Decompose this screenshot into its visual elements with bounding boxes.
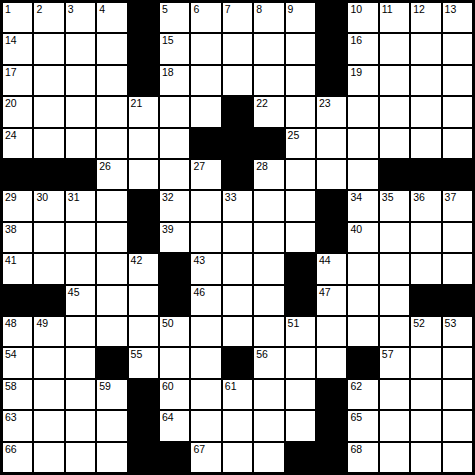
white-cell-r6-c6[interactable] [159, 159, 190, 190]
white-cell-r2-c1[interactable]: 14 [2, 33, 33, 64]
white-cell-r2-c4[interactable] [96, 33, 127, 64]
white-cell-r2-c2[interactable] [33, 33, 64, 64]
clue-number-24: 24 [5, 129, 17, 142]
white-cell-r5-c2[interactable] [33, 128, 64, 159]
white-cell-r8-c3[interactable] [65, 222, 96, 253]
white-cell-r5-c12[interactable] [347, 128, 378, 159]
white-cell-r11-c1[interactable]: 48 [2, 316, 33, 347]
white-cell-r13-c6[interactable]: 60 [159, 379, 190, 410]
white-cell-r14-c15[interactable] [442, 410, 473, 441]
clue-number-21: 21 [131, 97, 143, 110]
white-cell-r1-c13[interactable]: 11 [379, 2, 410, 33]
clue-number-27: 27 [193, 160, 205, 173]
black-cell-r1-c5 [128, 2, 159, 33]
white-cell-r8-c15[interactable] [442, 222, 473, 253]
black-cell-r10-c1 [2, 285, 33, 316]
white-cell-r2-c14[interactable] [410, 33, 441, 64]
white-cell-r4-c9[interactable]: 22 [253, 96, 284, 127]
clue-number-44: 44 [319, 254, 331, 267]
clue-number-35: 35 [382, 191, 394, 204]
white-cell-r2-c9[interactable] [253, 33, 284, 64]
white-cell-r10-c11[interactable]: 47 [316, 285, 347, 316]
clue-number-55: 55 [131, 348, 143, 361]
clue-number-25: 25 [288, 129, 300, 142]
white-cell-r3-c2[interactable] [33, 65, 64, 96]
clue-number-7: 7 [225, 3, 231, 16]
white-cell-r5-c3[interactable] [65, 128, 96, 159]
clue-number-56: 56 [256, 348, 268, 361]
black-cell-r7-c5 [128, 190, 159, 221]
black-cell-r6-c3 [65, 159, 96, 190]
clue-number-53: 53 [445, 317, 457, 330]
white-cell-r1-c15[interactable]: 13 [442, 2, 473, 33]
clue-number-9: 9 [288, 3, 294, 16]
white-cell-r7-c8[interactable]: 33 [222, 190, 253, 221]
white-cell-r10-c4[interactable] [96, 285, 127, 316]
black-cell-r4-c8 [222, 96, 253, 127]
white-cell-r6-c7[interactable]: 27 [190, 159, 221, 190]
clue-number-48: 48 [5, 317, 17, 330]
white-cell-r3-c7[interactable] [190, 65, 221, 96]
white-cell-r1-c4[interactable]: 4 [96, 2, 127, 33]
black-cell-r6-c1 [2, 159, 33, 190]
white-cell-r5-c6[interactable] [159, 128, 190, 159]
clue-number-11: 11 [382, 3, 393, 16]
white-cell-r4-c11[interactable]: 23 [316, 96, 347, 127]
white-cell-r13-c14[interactable] [410, 379, 441, 410]
white-cell-r11-c11[interactable] [316, 316, 347, 347]
black-cell-r10-c15 [442, 285, 473, 316]
white-cell-r7-c10[interactable] [285, 190, 316, 221]
clue-number-13: 13 [445, 3, 457, 16]
white-cell-r1-c9[interactable]: 8 [253, 2, 284, 33]
white-cell-r8-c4[interactable] [96, 222, 127, 253]
white-cell-r5-c10[interactable]: 25 [285, 128, 316, 159]
white-cell-r3-c13[interactable] [379, 65, 410, 96]
clue-number-37: 37 [445, 191, 457, 204]
white-cell-r4-c15[interactable] [442, 96, 473, 127]
white-cell-r1-c8[interactable]: 7 [222, 2, 253, 33]
clue-number-49: 49 [36, 317, 48, 330]
clue-number-17: 17 [5, 66, 17, 79]
clue-number-45: 45 [68, 286, 80, 299]
white-cell-r11-c4[interactable] [96, 316, 127, 347]
white-cell-r12-c14[interactable] [410, 347, 441, 378]
white-cell-r1-c3[interactable]: 3 [65, 2, 96, 33]
clue-number-33: 33 [225, 191, 237, 204]
clue-number-63: 63 [5, 411, 17, 424]
white-cell-r13-c2[interactable] [33, 379, 64, 410]
clue-number-65: 65 [350, 411, 362, 424]
white-cell-r14-c9[interactable] [253, 410, 284, 441]
white-cell-r11-c15[interactable]: 53 [442, 316, 473, 347]
white-cell-r1-c2[interactable]: 2 [33, 2, 64, 33]
black-cell-r8-c11 [316, 222, 347, 253]
white-cell-r6-c4[interactable]: 26 [96, 159, 127, 190]
white-cell-r3-c3[interactable] [65, 65, 96, 96]
white-cell-r4-c12[interactable] [347, 96, 378, 127]
clue-number-59: 59 [99, 380, 111, 393]
white-cell-r1-c14[interactable]: 12 [410, 2, 441, 33]
white-cell-r1-c6[interactable]: 5 [159, 2, 190, 33]
black-cell-r3-c5 [128, 65, 159, 96]
white-cell-r14-c13[interactable] [379, 410, 410, 441]
clue-number-54: 54 [5, 348, 17, 361]
clue-number-29: 29 [5, 191, 17, 204]
black-cell-r6-c13 [379, 159, 410, 190]
clue-number-42: 42 [131, 254, 143, 267]
white-cell-r14-c6[interactable]: 64 [159, 410, 190, 441]
white-cell-r1-c10[interactable]: 9 [285, 2, 316, 33]
clue-number-64: 64 [162, 411, 174, 424]
black-cell-r9-c10 [285, 253, 316, 284]
black-cell-r15-c11 [316, 442, 347, 473]
clue-number-67: 67 [193, 443, 205, 456]
white-cell-r4-c13[interactable] [379, 96, 410, 127]
white-cell-r9-c7[interactable]: 43 [190, 253, 221, 284]
clue-number-2: 2 [36, 3, 42, 16]
white-cell-r4-c14[interactable] [410, 96, 441, 127]
white-cell-r12-c1[interactable]: 54 [2, 347, 33, 378]
white-cell-r14-c1[interactable]: 63 [2, 410, 33, 441]
white-cell-r7-c4[interactable] [96, 190, 127, 221]
white-cell-r9-c4[interactable] [96, 253, 127, 284]
black-cell-r15-c5 [128, 442, 159, 473]
white-cell-r7-c2[interactable]: 30 [33, 190, 64, 221]
black-cell-r1-c11 [316, 2, 347, 33]
white-cell-r9-c11[interactable]: 44 [316, 253, 347, 284]
clue-number-32: 32 [162, 191, 174, 204]
white-cell-r8-c1[interactable]: 38 [2, 222, 33, 253]
black-cell-r10-c10 [285, 285, 316, 316]
white-cell-r12-c11[interactable] [316, 347, 347, 378]
white-cell-r8-c13[interactable] [379, 222, 410, 253]
white-cell-r13-c10[interactable] [285, 379, 316, 410]
white-cell-r13-c12[interactable]: 62 [347, 379, 378, 410]
white-cell-r3-c14[interactable] [410, 65, 441, 96]
white-cell-r8-c9[interactable] [253, 222, 284, 253]
clue-number-47: 47 [319, 286, 331, 299]
white-cell-r4-c6[interactable] [159, 96, 190, 127]
clue-number-28: 28 [256, 160, 268, 173]
white-cell-r5-c13[interactable] [379, 128, 410, 159]
white-cell-r9-c12[interactable] [347, 253, 378, 284]
white-cell-r11-c3[interactable] [65, 316, 96, 347]
clue-number-14: 14 [5, 34, 17, 47]
white-cell-r3-c10[interactable] [285, 65, 316, 96]
white-cell-r9-c8[interactable] [222, 253, 253, 284]
white-cell-r12-c13[interactable]: 57 [379, 347, 410, 378]
white-cell-r12-c15[interactable] [442, 347, 473, 378]
white-cell-r12-c9[interactable]: 56 [253, 347, 284, 378]
white-cell-r4-c10[interactable] [285, 96, 316, 127]
white-cell-r5-c11[interactable] [316, 128, 347, 159]
white-cell-r8-c2[interactable] [33, 222, 64, 253]
white-cell-r11-c7[interactable] [190, 316, 221, 347]
white-cell-r13-c9[interactable] [253, 379, 284, 410]
white-cell-r12-c10[interactable] [285, 347, 316, 378]
crossword-grid: 1234567891011121314151617181920212223242… [0, 0, 475, 475]
white-cell-r11-c13[interactable] [379, 316, 410, 347]
black-cell-r5-c7 [190, 128, 221, 159]
clue-number-68: 68 [350, 443, 362, 456]
clue-number-16: 16 [350, 34, 362, 47]
white-cell-r13-c7[interactable] [190, 379, 221, 410]
white-cell-r10-c7[interactable]: 46 [190, 285, 221, 316]
white-cell-r3-c12[interactable]: 19 [347, 65, 378, 96]
white-cell-r15-c1[interactable]: 66 [2, 442, 33, 473]
white-cell-r14-c14[interactable] [410, 410, 441, 441]
black-cell-r6-c14 [410, 159, 441, 190]
black-cell-r9-c6 [159, 253, 190, 284]
white-cell-r1-c12[interactable]: 10 [347, 2, 378, 33]
clue-number-43: 43 [193, 254, 205, 267]
white-cell-r6-c9[interactable]: 28 [253, 159, 284, 190]
white-cell-r14-c2[interactable] [33, 410, 64, 441]
clue-number-18: 18 [162, 66, 174, 79]
black-cell-r6-c2 [33, 159, 64, 190]
white-cell-r7-c15[interactable]: 37 [442, 190, 473, 221]
clue-number-5: 5 [162, 3, 168, 16]
white-cell-r15-c12[interactable]: 68 [347, 442, 378, 473]
white-cell-r8-c12[interactable]: 40 [347, 222, 378, 253]
clue-number-3: 3 [68, 3, 74, 16]
white-cell-r15-c7[interactable]: 67 [190, 442, 221, 473]
white-cell-r2-c10[interactable] [285, 33, 316, 64]
black-cell-r6-c8 [222, 159, 253, 190]
white-cell-r12-c7[interactable] [190, 347, 221, 378]
clue-number-10: 10 [350, 3, 362, 16]
white-cell-r4-c2[interactable] [33, 96, 64, 127]
white-cell-r15-c3[interactable] [65, 442, 96, 473]
white-cell-r6-c10[interactable] [285, 159, 316, 190]
clue-number-61: 61 [225, 380, 237, 393]
white-cell-r1-c1[interactable]: 1 [2, 2, 33, 33]
white-cell-r14-c3[interactable] [65, 410, 96, 441]
clue-number-57: 57 [382, 348, 394, 361]
white-cell-r10-c3[interactable]: 45 [65, 285, 96, 316]
white-cell-r2-c3[interactable] [65, 33, 96, 64]
white-cell-r3-c15[interactable] [442, 65, 473, 96]
black-cell-r6-c15 [442, 159, 473, 190]
white-cell-r11-c6[interactable]: 50 [159, 316, 190, 347]
clue-number-51: 51 [288, 317, 300, 330]
black-cell-r12-c4 [96, 347, 127, 378]
white-cell-r5-c5[interactable] [128, 128, 159, 159]
white-cell-r2-c7[interactable] [190, 33, 221, 64]
clue-number-26: 26 [99, 160, 111, 173]
white-cell-r6-c5[interactable] [128, 159, 159, 190]
white-cell-r15-c9[interactable] [253, 442, 284, 473]
white-cell-r2-c8[interactable] [222, 33, 253, 64]
white-cell-r8-c7[interactable] [190, 222, 221, 253]
clue-number-23: 23 [319, 97, 331, 110]
white-cell-r15-c2[interactable] [33, 442, 64, 473]
white-cell-r7-c7[interactable] [190, 190, 221, 221]
clue-number-40: 40 [350, 223, 362, 236]
clue-number-31: 31 [68, 191, 80, 204]
white-cell-r11-c5[interactable] [128, 316, 159, 347]
white-cell-r5-c14[interactable] [410, 128, 441, 159]
white-cell-r13-c4[interactable]: 59 [96, 379, 127, 410]
white-cell-r11-c9[interactable] [253, 316, 284, 347]
white-cell-r15-c15[interactable] [442, 442, 473, 473]
white-cell-r6-c12[interactable] [347, 159, 378, 190]
white-cell-r8-c14[interactable] [410, 222, 441, 253]
white-cell-r13-c1[interactable]: 58 [2, 379, 33, 410]
white-cell-r8-c10[interactable] [285, 222, 316, 253]
white-cell-r15-c4[interactable] [96, 442, 127, 473]
clue-number-60: 60 [162, 380, 174, 393]
white-cell-r5-c15[interactable] [442, 128, 473, 159]
black-cell-r12-c12 [347, 347, 378, 378]
white-cell-r10-c13[interactable] [379, 285, 410, 316]
white-cell-r5-c4[interactable] [96, 128, 127, 159]
clue-number-34: 34 [350, 191, 362, 204]
black-cell-r3-c11 [316, 65, 347, 96]
white-cell-r9-c15[interactable] [442, 253, 473, 284]
black-cell-r10-c2 [33, 285, 64, 316]
black-cell-r13-c5 [128, 379, 159, 410]
white-cell-r12-c3[interactable] [65, 347, 96, 378]
white-cell-r4-c1[interactable]: 20 [2, 96, 33, 127]
black-cell-r15-c6 [159, 442, 190, 473]
white-cell-r4-c4[interactable] [96, 96, 127, 127]
white-cell-r10-c5[interactable] [128, 285, 159, 316]
white-cell-r7-c12[interactable]: 34 [347, 190, 378, 221]
black-cell-r2-c11 [316, 33, 347, 64]
white-cell-r14-c8[interactable] [222, 410, 253, 441]
white-cell-r11-c2[interactable]: 49 [33, 316, 64, 347]
white-cell-r7-c6[interactable]: 32 [159, 190, 190, 221]
white-cell-r13-c15[interactable] [442, 379, 473, 410]
white-cell-r12-c2[interactable] [33, 347, 64, 378]
crossword-puzzle: 1234567891011121314151617181920212223242… [0, 0, 475, 475]
white-cell-r9-c9[interactable] [253, 253, 284, 284]
black-cell-r5-c9 [253, 128, 284, 159]
white-cell-r15-c13[interactable] [379, 442, 410, 473]
white-cell-r5-c1[interactable]: 24 [2, 128, 33, 159]
white-cell-r8-c6[interactable]: 39 [159, 222, 190, 253]
clue-number-66: 66 [5, 443, 17, 456]
white-cell-r2-c13[interactable] [379, 33, 410, 64]
clue-number-62: 62 [350, 380, 362, 393]
white-cell-r11-c14[interactable]: 52 [410, 316, 441, 347]
white-cell-r2-c12[interactable]: 16 [347, 33, 378, 64]
white-cell-r8-c8[interactable] [222, 222, 253, 253]
white-cell-r2-c15[interactable] [442, 33, 473, 64]
white-cell-r7-c9[interactable] [253, 190, 284, 221]
black-cell-r7-c11 [316, 190, 347, 221]
black-cell-r2-c5 [128, 33, 159, 64]
white-cell-r7-c1[interactable]: 29 [2, 190, 33, 221]
white-cell-r9-c5[interactable]: 42 [128, 253, 159, 284]
clue-number-20: 20 [5, 97, 17, 110]
white-cell-r6-c11[interactable] [316, 159, 347, 190]
white-cell-r10-c9[interactable] [253, 285, 284, 316]
clue-number-50: 50 [162, 317, 174, 330]
white-cell-r14-c12[interactable]: 65 [347, 410, 378, 441]
white-cell-r1-c7[interactable]: 6 [190, 2, 221, 33]
clue-number-4: 4 [99, 3, 105, 16]
white-cell-r4-c7[interactable] [190, 96, 221, 127]
black-cell-r14-c11 [316, 410, 347, 441]
white-cell-r11-c12[interactable] [347, 316, 378, 347]
white-cell-r7-c3[interactable]: 31 [65, 190, 96, 221]
white-cell-r3-c1[interactable]: 17 [2, 65, 33, 96]
clue-number-36: 36 [413, 191, 425, 204]
white-cell-r3-c8[interactable] [222, 65, 253, 96]
white-cell-r14-c10[interactable] [285, 410, 316, 441]
clue-number-46: 46 [193, 286, 205, 299]
white-cell-r4-c3[interactable] [65, 96, 96, 127]
clue-number-52: 52 [413, 317, 425, 330]
white-cell-r10-c8[interactable] [222, 285, 253, 316]
white-cell-r9-c3[interactable] [65, 253, 96, 284]
white-cell-r12-c6[interactable] [159, 347, 190, 378]
white-cell-r14-c4[interactable] [96, 410, 127, 441]
white-cell-r15-c14[interactable] [410, 442, 441, 473]
clue-number-8: 8 [256, 3, 262, 16]
white-cell-r9-c14[interactable] [410, 253, 441, 284]
black-cell-r14-c5 [128, 410, 159, 441]
white-cell-r13-c3[interactable] [65, 379, 96, 410]
black-cell-r10-c14 [410, 285, 441, 316]
white-cell-r13-c13[interactable] [379, 379, 410, 410]
white-cell-r10-c12[interactable] [347, 285, 378, 316]
white-cell-r7-c13[interactable]: 35 [379, 190, 410, 221]
white-cell-r13-c8[interactable]: 61 [222, 379, 253, 410]
white-cell-r7-c14[interactable]: 36 [410, 190, 441, 221]
white-cell-r14-c7[interactable] [190, 410, 221, 441]
clue-number-41: 41 [5, 254, 17, 267]
white-cell-r3-c9[interactable] [253, 65, 284, 96]
clue-number-38: 38 [5, 223, 17, 236]
black-cell-r8-c5 [128, 222, 159, 253]
clue-number-19: 19 [350, 66, 362, 79]
clue-number-6: 6 [193, 3, 199, 16]
clue-number-39: 39 [162, 223, 174, 236]
clue-number-1: 1 [5, 3, 11, 16]
black-cell-r15-c10 [285, 442, 316, 473]
white-cell-r11-c10[interactable]: 51 [285, 316, 316, 347]
white-cell-r9-c1[interactable]: 41 [2, 253, 33, 284]
white-cell-r9-c2[interactable] [33, 253, 64, 284]
white-cell-r3-c6[interactable]: 18 [159, 65, 190, 96]
white-cell-r2-c6[interactable]: 15 [159, 33, 190, 64]
clue-number-15: 15 [162, 34, 174, 47]
clue-number-22: 22 [256, 97, 268, 110]
black-cell-r12-c8 [222, 347, 253, 378]
white-cell-r4-c5[interactable]: 21 [128, 96, 159, 127]
black-cell-r5-c8 [222, 128, 253, 159]
white-cell-r11-c8[interactable] [222, 316, 253, 347]
clue-number-30: 30 [36, 191, 48, 204]
black-cell-r13-c11 [316, 379, 347, 410]
white-cell-r12-c5[interactable]: 55 [128, 347, 159, 378]
clue-number-12: 12 [413, 3, 425, 16]
black-cell-r10-c6 [159, 285, 190, 316]
white-cell-r3-c4[interactable] [96, 65, 127, 96]
white-cell-r9-c13[interactable] [379, 253, 410, 284]
white-cell-r15-c8[interactable] [222, 442, 253, 473]
clue-number-58: 58 [5, 380, 17, 393]
